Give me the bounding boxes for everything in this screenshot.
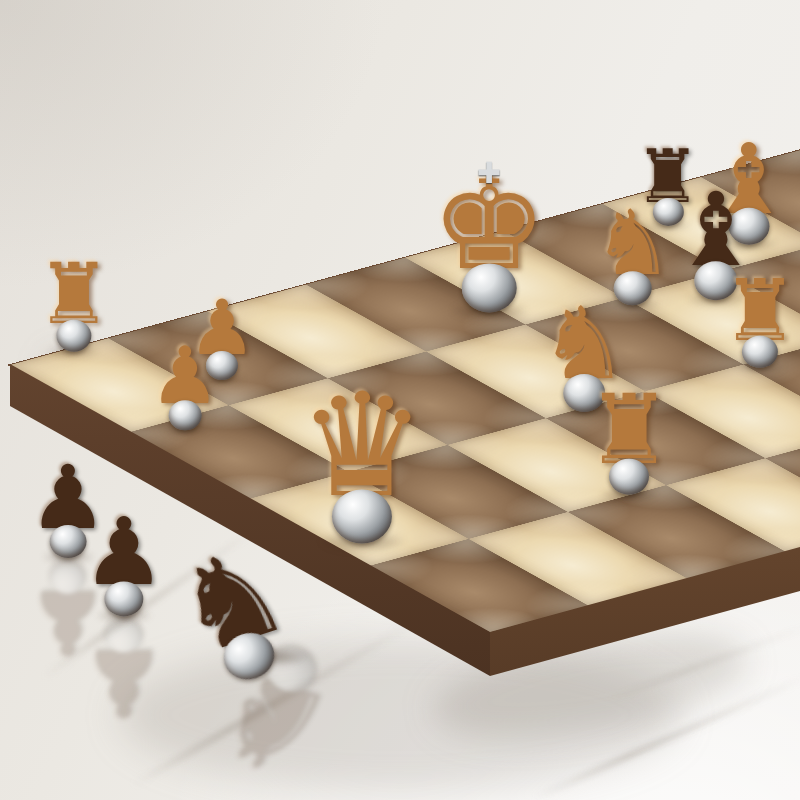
chrome-ball-base: [105, 581, 144, 616]
piece-dark-knight-offboard-3[interactable]: ♞: [275, 658, 384, 796]
chrome-ball-base: [57, 320, 92, 352]
chrome-ball-base: [168, 400, 201, 430]
piece-light-rook-c6[interactable]: ♜: [760, 368, 800, 464]
chrome-ball-base: [49, 525, 86, 558]
piece-light-pawn-b2[interactable]: ♟: [185, 430, 256, 520]
king-silver-cross-finial: ✚: [477, 156, 501, 190]
chrome-ball-base: [461, 263, 516, 312]
piece-light-rook-a1[interactable]: ♜: [74, 352, 149, 448]
scene: ♜♟♟♛♚✚♞♞♜♜♝♜♝♟♟♟♟♞♞: [0, 0, 800, 800]
piece-light-rook-c3[interactable]: ♜: [629, 495, 715, 604]
chrome-ball-base: [742, 336, 778, 368]
chrome-ball-base: [332, 489, 392, 543]
chrome-ball-base: [609, 459, 649, 495]
